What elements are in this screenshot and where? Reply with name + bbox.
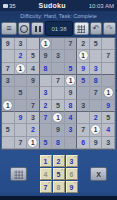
- cell-r1c3[interactable]: [27, 38, 40, 50]
- key-1[interactable]: 1′: [40, 155, 52, 167]
- cell-r7c1[interactable]: [2, 112, 15, 124]
- cell-r9c8[interactable]: 9: [90, 137, 103, 149]
- cell-r3c1[interactable]: 7: [2, 63, 15, 75]
- cell-r2c9[interactable]: 7: [102, 50, 115, 62]
- cell-r4c3[interactable]: 9: [27, 75, 40, 87]
- cell-r3c2[interactable]: 1: [15, 63, 28, 75]
- cell-r5c1[interactable]: [2, 87, 15, 99]
- cell-r7c5[interactable]: 1: [52, 112, 65, 124]
- cell-r1c4[interactable]: 1: [40, 38, 53, 50]
- cell-r3c4[interactable]: 8: [40, 63, 53, 75]
- key-7[interactable]: 7′: [40, 181, 52, 193]
- notification-icon: [3, 4, 8, 8]
- cell-r8c3[interactable]: 2: [27, 124, 40, 136]
- pencil-mark-indicator: ′: [49, 155, 50, 161]
- highlighted-digit: 1: [16, 64, 25, 73]
- cell-r1c5[interactable]: [52, 38, 65, 50]
- cell-r5c6[interactable]: 9: [65, 87, 78, 99]
- cell-r6c5[interactable]: 5: [52, 100, 65, 112]
- app-window: 35 Sudoku 10:03 AM Difficulty: Hard, Tas…: [0, 0, 117, 200]
- cell-r5c5[interactable]: [52, 87, 65, 99]
- cell-r7c9[interactable]: 5: [102, 112, 115, 124]
- cell-r3c6[interactable]: 5: [65, 63, 78, 75]
- sudoku-board[interactable]: 9317252593177148593397158539711725839937…: [1, 37, 116, 150]
- cell-r7c3[interactable]: 3: [27, 112, 40, 124]
- cell-r7c6[interactable]: 4: [65, 112, 78, 124]
- grid-dots-icon: [14, 170, 23, 179]
- cell-r1c6[interactable]: 7: [65, 38, 78, 50]
- redo-button[interactable]: ↷: [103, 22, 116, 35]
- cell-r9c9[interactable]: 3: [102, 137, 115, 149]
- cell-r3c8[interactable]: 3: [90, 63, 103, 75]
- menu-button[interactable]: ≡: [1, 22, 17, 35]
- status-left: 35: [3, 3, 16, 9]
- pencil-mark-indicator: ′: [75, 181, 76, 187]
- cell-r2c2[interactable]: 2: [15, 50, 28, 62]
- cell-r9c2[interactable]: 7: [15, 137, 28, 149]
- pause-button[interactable]: [31, 22, 44, 35]
- clock: 10:03 AM: [89, 3, 114, 9]
- highlighted-digit: 1: [41, 39, 50, 48]
- cell-r7c4[interactable]: 7: [40, 112, 53, 124]
- cell-r4c5[interactable]: 7: [52, 75, 65, 87]
- cell-r2c5[interactable]: 3: [52, 50, 65, 62]
- cell-r9c1[interactable]: [2, 137, 15, 149]
- cell-r8c1[interactable]: 5: [2, 124, 15, 136]
- key-3[interactable]: 3′: [66, 155, 78, 167]
- cell-r8c6[interactable]: 3: [65, 124, 78, 136]
- cell-r8c5[interactable]: 9: [52, 124, 65, 136]
- cell-r6c3[interactable]: 7: [27, 100, 40, 112]
- cell-r2c4[interactable]: 9: [40, 50, 53, 62]
- pause-icon: [35, 26, 41, 32]
- key-5[interactable]: 5′: [53, 168, 65, 180]
- cell-r8c4[interactable]: [40, 124, 53, 136]
- key-8[interactable]: 8: [53, 181, 65, 193]
- cell-r9c3[interactable]: 1: [27, 137, 40, 149]
- cell-r3c7[interactable]: 9: [77, 63, 90, 75]
- grid-dots-icon: [77, 25, 85, 33]
- pencil-marks-button[interactable]: [10, 167, 27, 181]
- redo-icon: ↷: [106, 25, 113, 33]
- app-title: Sudoku: [38, 2, 65, 9]
- pencil-mark-indicator: ′: [62, 155, 63, 161]
- input-panel: 1′2′3′45′67′89′ X: [0, 155, 117, 193]
- hint-button[interactable]: [18, 22, 31, 35]
- cell-r5c8[interactable]: 7: [90, 87, 103, 99]
- cell-r5c7[interactable]: [77, 87, 90, 99]
- cell-r4c1[interactable]: 3: [2, 75, 15, 87]
- cell-r2c8[interactable]: [90, 50, 103, 62]
- cell-r7c7[interactable]: [77, 112, 90, 124]
- game-info-text: Difficulty: Hard, Task: Complete: [0, 11, 117, 21]
- cell-r5c2[interactable]: 5: [15, 87, 28, 99]
- cell-r6c1[interactable]: 1: [2, 100, 15, 112]
- pencil-mark-indicator: ′: [62, 168, 63, 174]
- undo-button[interactable]: ↶: [90, 22, 103, 35]
- cell-r8c7[interactable]: 7: [77, 124, 90, 136]
- cell-r3c3[interactable]: 4: [27, 63, 40, 75]
- cell-r4c8[interactable]: 8: [90, 75, 103, 87]
- pencil-mark-indicator: ′: [49, 181, 50, 187]
- cell-r8c9[interactable]: 4: [102, 124, 115, 136]
- cell-r5c3[interactable]: [27, 87, 40, 99]
- cell-r6c9[interactable]: 9: [102, 100, 115, 112]
- cell-r2c6[interactable]: [65, 50, 78, 62]
- cell-r2c7[interactable]: 1: [77, 50, 90, 62]
- cell-r6c2[interactable]: [15, 100, 28, 112]
- menu-icon: ≡: [6, 24, 11, 33]
- cell-r1c9[interactable]: [102, 38, 115, 50]
- cell-r3c9[interactable]: [102, 63, 115, 75]
- key-2[interactable]: 2′: [53, 155, 65, 167]
- cell-r9c4[interactable]: 5: [40, 137, 53, 149]
- cell-r4c2[interactable]: [15, 75, 28, 87]
- highlighted-digit: 1: [91, 125, 100, 134]
- status-left-value: 35: [9, 3, 16, 9]
- cell-r4c4[interactable]: [40, 75, 53, 87]
- toolbar: ≡ 01:38 ↶ ↷: [0, 21, 117, 36]
- cell-r8c8[interactable]: 1: [90, 124, 103, 136]
- cell-r2c3[interactable]: 5: [27, 50, 40, 62]
- timer-display: 01:38: [45, 21, 73, 36]
- cell-r5c9[interactable]: 1: [102, 87, 115, 99]
- highlighted-digit: 1: [3, 101, 12, 110]
- key-6[interactable]: 6: [66, 168, 78, 180]
- cell-r6c4[interactable]: 2: [40, 100, 53, 112]
- cell-r2c1[interactable]: [2, 50, 15, 62]
- clear-button[interactable]: X: [90, 167, 107, 181]
- cell-r3c5[interactable]: [52, 63, 65, 75]
- key-9[interactable]: 9′: [66, 181, 78, 193]
- cell-r9c6[interactable]: [65, 137, 78, 149]
- cell-r4c7[interactable]: 5: [77, 75, 90, 87]
- cell-r1c1[interactable]: 9: [2, 38, 15, 50]
- cell-r7c8[interactable]: 2: [90, 112, 103, 124]
- circle-icon: [20, 25, 28, 33]
- highlighted-digit: 1: [104, 88, 113, 97]
- number-keypad: 1′2′3′45′67′89′: [40, 155, 78, 193]
- highlighted-digit: 1: [79, 51, 88, 60]
- clear-label: X: [96, 171, 101, 178]
- status-bar: 35 Sudoku 10:03 AM: [0, 0, 117, 11]
- cell-r4c9[interactable]: [102, 75, 115, 87]
- cell-r4c6[interactable]: 1: [65, 75, 78, 87]
- highlighted-digit: 1: [53, 113, 62, 122]
- undo-icon: ↶: [93, 25, 100, 33]
- pencil-mark-indicator: ′: [75, 155, 76, 161]
- cell-r7c2[interactable]: 9: [15, 112, 28, 124]
- cell-r9c5[interactable]: 8: [52, 137, 65, 149]
- cell-r6c8[interactable]: [90, 100, 103, 112]
- bottom-strip: [0, 196, 117, 200]
- key-4[interactable]: 4: [40, 168, 52, 180]
- highlighted-digit: 1: [66, 76, 75, 85]
- cell-r5c4[interactable]: 3: [40, 87, 53, 99]
- cell-r6c7[interactable]: 3: [77, 100, 90, 112]
- cell-r1c2[interactable]: 3: [15, 38, 28, 50]
- cell-r1c7[interactable]: 2: [77, 38, 90, 50]
- cell-r1c8[interactable]: 5: [90, 38, 103, 50]
- cell-r6c6[interactable]: 8: [65, 100, 78, 112]
- cell-r9c7[interactable]: 6: [77, 137, 90, 149]
- cell-r8c2[interactable]: [15, 124, 28, 136]
- pencil-marks-toggle[interactable]: [74, 22, 89, 35]
- highlighted-digit: 1: [28, 138, 37, 147]
